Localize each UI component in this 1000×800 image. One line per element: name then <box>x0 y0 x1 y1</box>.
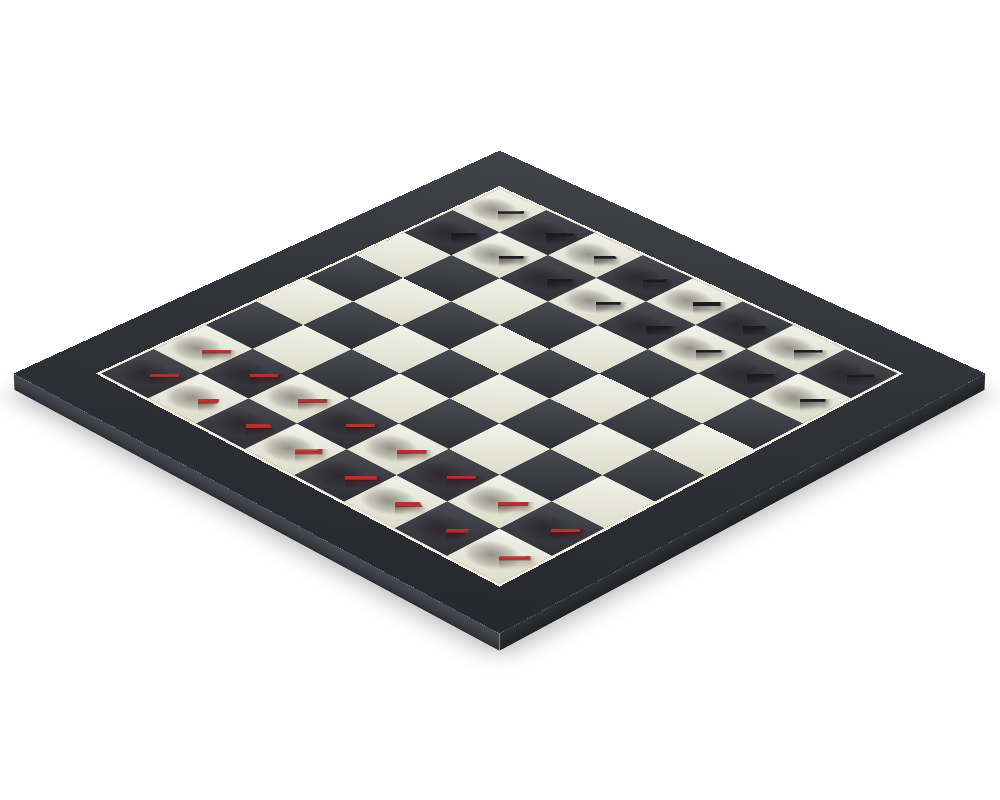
chessboard: ♜♞♝♛♚♝♞♜♟♟♟♟♟♟♟♟♟♟♟♟♟♟♟♟♜♞♝♛♚♝♞♜ <box>14 151 986 634</box>
square-g5 <box>601 398 702 449</box>
square-e6 <box>549 325 648 373</box>
product-photo: ♜♞♝♛♚♝♞♜♟♟♟♟♟♟♟♟♟♟♟♟♟♟♟♟♜♞♝♛♚♝♞♜ <box>0 0 1000 800</box>
playing-field: ♜♞♝♛♚♝♞♜♟♟♟♟♟♟♟♟♟♟♟♟♟♟♟♟♜♞♝♛♚♝♞♜ <box>96 186 904 587</box>
board-grid: ♜♞♝♛♚♝♞♜♟♟♟♟♟♟♟♟♟♟♟♟♟♟♟♟♜♞♝♛♚♝♞♜ <box>101 188 897 583</box>
square-h1: ♜ <box>447 528 552 583</box>
